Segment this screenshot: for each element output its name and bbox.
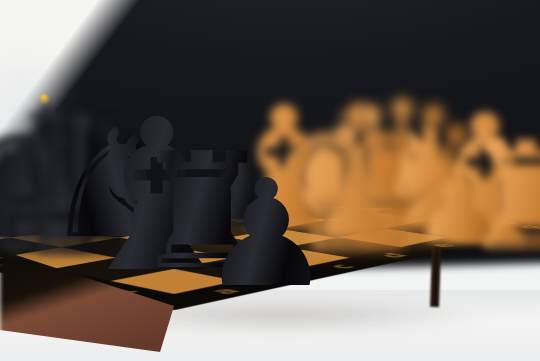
chess-photo-scene: abcdefgh87654321 ♛♚♛♞♝♜♟♟♝♟♟♚♛♞♟♝♜ (0, 0, 540, 361)
white-rook-right: ♜ (452, 123, 540, 271)
black-pawn-front: ♟ (192, 160, 340, 308)
pieces-layer: ♛♚♛♞♝♜♟♟♝♟♟♚♛♞♟♝♜ (0, 0, 540, 361)
